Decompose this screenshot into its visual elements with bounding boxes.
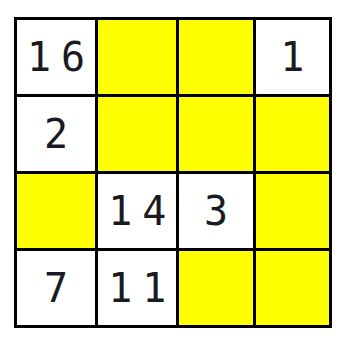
cell-r1c3[interactable] (179, 20, 252, 94)
cell-r3c2: 14 (98, 174, 176, 248)
cell-r1c1: 16 (17, 20, 95, 94)
cell-r2c2[interactable] (98, 97, 176, 171)
cell-r4c3[interactable] (179, 251, 252, 325)
cell-r3c4[interactable] (256, 174, 329, 248)
cell-r2c1: 2 (17, 97, 95, 171)
cell-r4c1: 7 (17, 251, 95, 325)
puzzle-grid: 1612143711 (14, 17, 332, 328)
cell-r2c4[interactable] (256, 97, 329, 171)
cell-r3c3: 3 (179, 174, 252, 248)
cell-r3c1[interactable] (17, 174, 95, 248)
cell-r1c4: 1 (256, 20, 329, 94)
cell-r4c4[interactable] (256, 251, 329, 325)
cell-r2c3[interactable] (179, 97, 252, 171)
cell-r4c2: 11 (98, 251, 176, 325)
cell-r1c2[interactable] (98, 20, 176, 94)
